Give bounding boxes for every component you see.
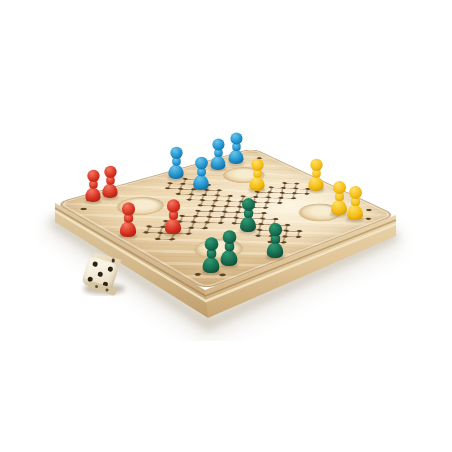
pawn-base [168, 165, 183, 179]
die-pip [95, 285, 99, 289]
die-pip [105, 288, 109, 292]
pawn-base [203, 257, 220, 273]
pawn-yellow[interactable] [346, 186, 364, 220]
pawn-head [104, 166, 116, 178]
pawn-base [308, 177, 323, 191]
pawn-base [240, 217, 256, 232]
die[interactable] [83, 250, 126, 293]
pawn-base [211, 156, 226, 170]
pawn-base [165, 219, 181, 234]
pawn-blue[interactable] [210, 138, 227, 170]
pawn-blue[interactable] [228, 132, 245, 164]
pawn-green[interactable] [266, 223, 285, 258]
pawn-head [170, 147, 182, 159]
pawn-green[interactable] [220, 230, 239, 266]
pawn-green[interactable] [202, 237, 221, 273]
scene [0, 0, 452, 452]
pawn-red[interactable] [84, 170, 101, 202]
pawn-base [229, 150, 244, 164]
pawn-head [349, 186, 362, 199]
pawn-base [193, 175, 209, 190]
pawn-base [331, 200, 347, 215]
die-pip [92, 261, 98, 267]
die-pip [97, 271, 103, 277]
pawn-head [333, 181, 346, 194]
pawn-head [242, 198, 255, 211]
pawn-base [85, 188, 100, 202]
pawn-head [212, 138, 224, 150]
pawn-layer [0, 0, 452, 452]
pawn-red[interactable] [164, 199, 182, 234]
pawn-head [268, 223, 281, 236]
pawn-head [310, 159, 322, 171]
pawn-head [251, 159, 263, 171]
pawn-head [222, 230, 236, 244]
pawn-base [120, 222, 136, 237]
pawn-base [102, 184, 117, 198]
die-pip [108, 266, 114, 272]
pawn-base [221, 250, 238, 266]
pawn-yellow[interactable] [248, 159, 265, 191]
pawn-head [204, 237, 218, 251]
pawn-head [166, 199, 179, 212]
pawn-yellow[interactable] [307, 159, 324, 191]
pawn-blue[interactable] [192, 157, 210, 190]
pawn-head [195, 157, 208, 170]
pawn-red[interactable] [119, 202, 137, 237]
pawn-blue[interactable] [167, 147, 184, 179]
pawn-base [249, 177, 264, 191]
pawn-base [347, 205, 363, 220]
pawn-green[interactable] [239, 198, 257, 232]
pawn-head [87, 170, 99, 182]
pawn-head [121, 202, 134, 215]
pawn-red[interactable] [101, 166, 118, 198]
pawn-head [230, 132, 242, 144]
pawn-base [267, 243, 283, 258]
